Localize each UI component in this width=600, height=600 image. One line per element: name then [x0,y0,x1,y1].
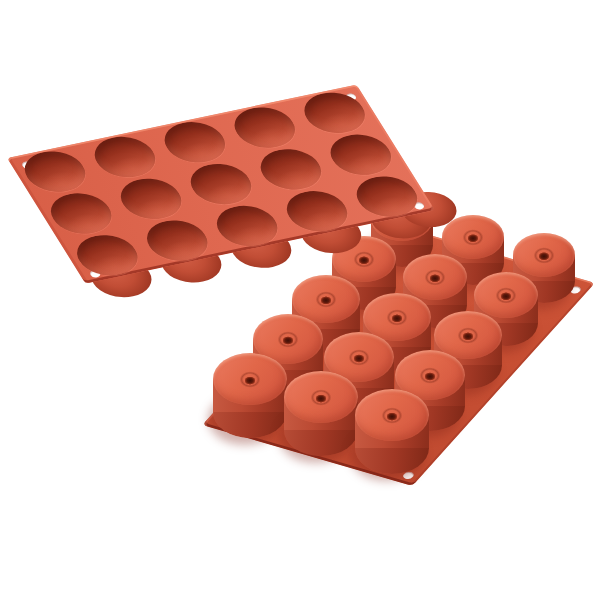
cylinder-top-with-pin-hole [213,353,287,405]
cylinder-top-with-pin-hole [284,371,358,423]
cylinder-top-with-pin-hole [355,389,429,441]
cylinder-top-with-pin-hole [403,254,467,300]
cylinder-top-with-pin-hole [442,215,504,259]
cylinder-top-with-pin-hole [474,272,538,318]
scene [0,0,600,600]
cylinder-top-with-pin-hole [513,233,575,277]
